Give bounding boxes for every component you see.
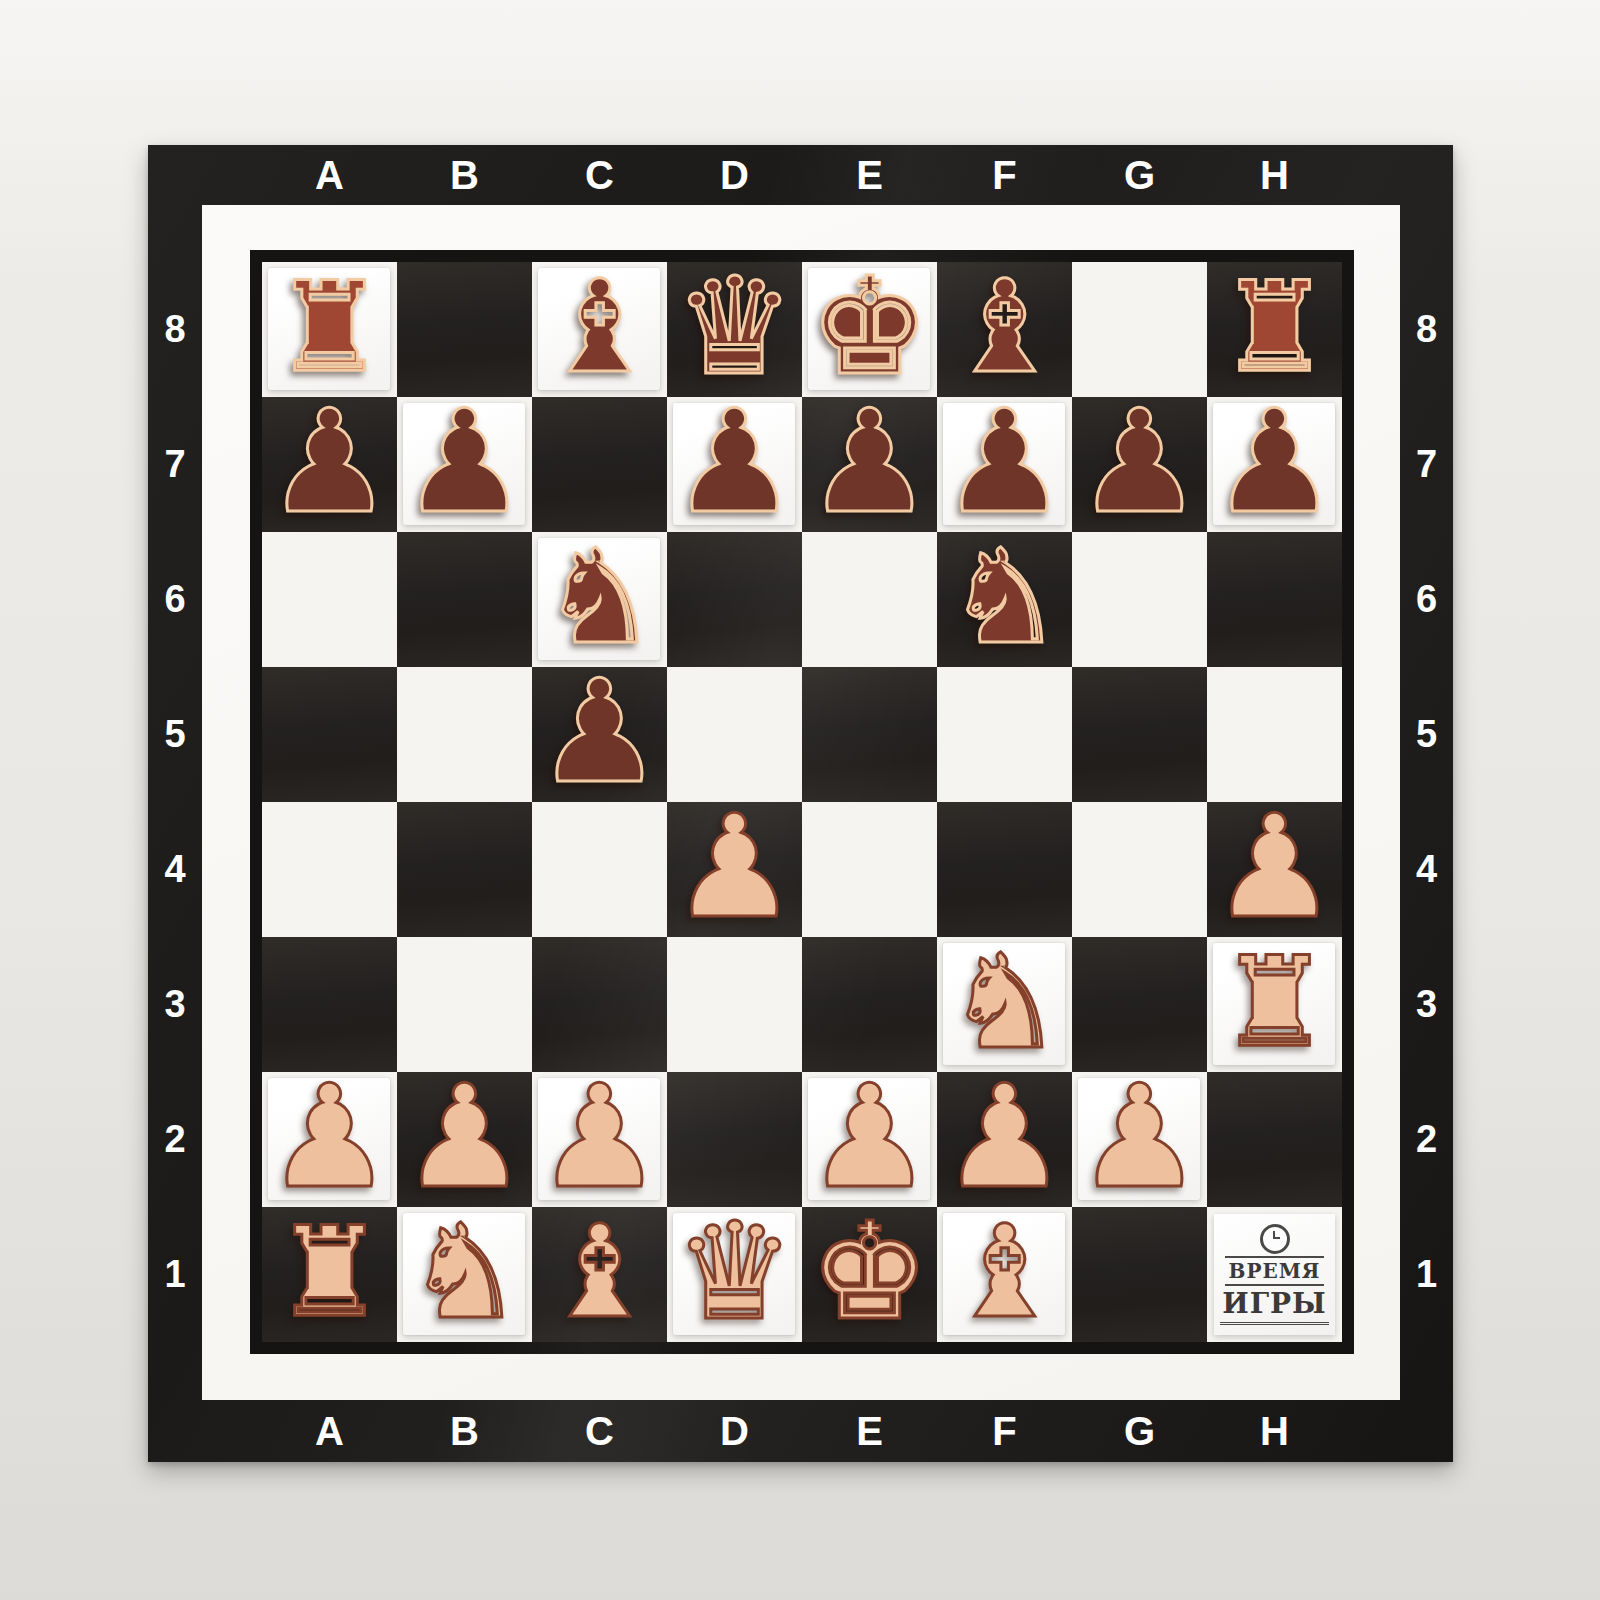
square-a8: ♜ <box>262 262 397 397</box>
file-label-top-H: H <box>1207 145 1342 205</box>
square-a1: ♜ <box>262 1207 397 1342</box>
file-label-top-G: G <box>1072 145 1207 205</box>
black-pawn-g7: ♟ <box>1072 394 1207 529</box>
square-g6 <box>1072 532 1207 667</box>
rank-label-left-2: 2 <box>148 1072 202 1207</box>
rank-label-left-3: 3 <box>148 937 202 1072</box>
board-grid: ♜♝♛♚♝♜♟♟♟♟♟♟♟♞♞♟♟♟♞♜♟♟♟♟♟♟♜♞♝♛♚♝ <box>250 250 1354 1354</box>
white-pawn-c2: ♟ <box>532 1069 667 1204</box>
black-knight-c6: ♞ <box>532 529 667 664</box>
white-pawn-b2: ♟ <box>397 1069 532 1204</box>
rank-label-left-4: 4 <box>148 802 202 937</box>
square-h8: ♜ <box>1207 262 1342 397</box>
rank-label-right-7: 7 <box>1400 397 1453 532</box>
file-labels-bottom: ABCDEFGH <box>262 1400 1342 1462</box>
square-e5 <box>802 667 937 802</box>
file-label-bottom-C: C <box>532 1400 667 1462</box>
clock-icon <box>1260 1224 1290 1254</box>
white-pawn-f2: ♟ <box>937 1069 1072 1204</box>
square-g5 <box>1072 667 1207 802</box>
file-label-top-B: B <box>397 145 532 205</box>
square-g1 <box>1072 1207 1207 1342</box>
square-b5 <box>397 667 532 802</box>
file-label-bottom-G: G <box>1072 1400 1207 1462</box>
square-a2: ♟ <box>262 1072 397 1207</box>
square-f5 <box>937 667 1072 802</box>
square-g2: ♟ <box>1072 1072 1207 1207</box>
square-e7: ♟ <box>802 397 937 532</box>
square-b1: ♞ <box>397 1207 532 1342</box>
black-rook-h8: ♜ <box>1207 259 1342 394</box>
white-pawn-d4: ♟ <box>667 799 802 934</box>
square-g4 <box>1072 802 1207 937</box>
white-pawn-a2: ♟ <box>262 1069 397 1204</box>
square-b3 <box>397 937 532 1072</box>
white-rook-a1: ♜ <box>262 1204 397 1339</box>
white-knight-f3: ♞ <box>937 934 1072 1069</box>
square-f7: ♟ <box>937 397 1072 532</box>
brand-name-line1: ВРЕМЯ <box>1225 1256 1325 1286</box>
square-h6 <box>1207 532 1342 667</box>
square-a5 <box>262 667 397 802</box>
file-label-bottom-D: D <box>667 1400 802 1462</box>
file-label-top-D: D <box>667 145 802 205</box>
brand-name-line2: ИГРЫ <box>1220 1287 1329 1325</box>
square-d2 <box>667 1072 802 1207</box>
file-label-bottom-F: F <box>937 1400 1072 1462</box>
square-e2: ♟ <box>802 1072 937 1207</box>
rank-labels-right: 87654321 <box>1400 262 1453 1342</box>
square-c6: ♞ <box>532 532 667 667</box>
file-label-bottom-E: E <box>802 1400 937 1462</box>
black-queen-d8: ♛ <box>667 259 802 394</box>
white-king-e1: ♚ <box>802 1204 937 1339</box>
square-h7: ♟ <box>1207 397 1342 532</box>
black-knight-f6: ♞ <box>937 529 1072 664</box>
white-pawn-e2: ♟ <box>802 1069 937 1204</box>
square-g3 <box>1072 937 1207 1072</box>
square-c7 <box>532 397 667 532</box>
rank-label-left-6: 6 <box>148 532 202 667</box>
file-label-bottom-A: A <box>262 1400 397 1462</box>
square-b8 <box>397 262 532 397</box>
square-a3 <box>262 937 397 1072</box>
square-b6 <box>397 532 532 667</box>
square-f4 <box>937 802 1072 937</box>
rank-label-right-2: 2 <box>1400 1072 1453 1207</box>
file-label-bottom-H: H <box>1207 1400 1342 1462</box>
square-c3 <box>532 937 667 1072</box>
file-labels-top: ABCDEFGH <box>262 145 1342 205</box>
square-b4 <box>397 802 532 937</box>
black-pawn-f7: ♟ <box>937 394 1072 529</box>
square-f2: ♟ <box>937 1072 1072 1207</box>
rank-label-right-3: 3 <box>1400 937 1453 1072</box>
black-bishop-c8: ♝ <box>532 259 667 394</box>
black-king-e8: ♚ <box>802 259 937 394</box>
file-label-bottom-B: B <box>397 1400 532 1462</box>
square-f8: ♝ <box>937 262 1072 397</box>
black-pawn-b7: ♟ <box>397 394 532 529</box>
white-rook-h3: ♜ <box>1207 934 1342 1069</box>
square-f1: ♝ <box>937 1207 1072 1342</box>
square-c2: ♟ <box>532 1072 667 1207</box>
square-d3 <box>667 937 802 1072</box>
rank-label-left-7: 7 <box>148 397 202 532</box>
square-f3: ♞ <box>937 937 1072 1072</box>
square-c4 <box>532 802 667 937</box>
white-pawn-h4: ♟ <box>1207 799 1342 934</box>
rank-label-right-8: 8 <box>1400 262 1453 397</box>
white-queen-d1: ♛ <box>667 1204 802 1339</box>
square-g8 <box>1072 262 1207 397</box>
rank-labels-left: 87654321 <box>148 262 202 1342</box>
square-h2 <box>1207 1072 1342 1207</box>
black-rook-a8: ♜ <box>262 259 397 394</box>
square-h3: ♜ <box>1207 937 1342 1072</box>
black-pawn-e7: ♟ <box>802 394 937 529</box>
rank-label-right-1: 1 <box>1400 1207 1453 1342</box>
black-pawn-d7: ♟ <box>667 394 802 529</box>
black-pawn-c5: ♟ <box>532 664 667 799</box>
rank-label-left-8: 8 <box>148 262 202 397</box>
square-f6: ♞ <box>937 532 1072 667</box>
square-e8: ♚ <box>802 262 937 397</box>
demonstration-chessboard: ABCDEFGH ABCDEFGH 87654321 87654321 ♜♝♛♚… <box>148 145 1453 1462</box>
black-bishop-f8: ♝ <box>937 259 1072 394</box>
square-e4 <box>802 802 937 937</box>
white-knight-b1: ♞ <box>397 1204 532 1339</box>
rank-label-right-6: 6 <box>1400 532 1453 667</box>
white-bishop-c1: ♝ <box>532 1204 667 1339</box>
square-a6 <box>262 532 397 667</box>
square-b7: ♟ <box>397 397 532 532</box>
file-label-top-E: E <box>802 145 937 205</box>
rank-label-left-5: 5 <box>148 667 202 802</box>
square-h5 <box>1207 667 1342 802</box>
square-e3 <box>802 937 937 1072</box>
square-d4: ♟ <box>667 802 802 937</box>
square-e6 <box>802 532 937 667</box>
square-d1: ♛ <box>667 1207 802 1342</box>
rank-label-left-1: 1 <box>148 1207 202 1342</box>
rank-label-right-5: 5 <box>1400 667 1453 802</box>
square-e1: ♚ <box>802 1207 937 1342</box>
square-c8: ♝ <box>532 262 667 397</box>
black-pawn-h7: ♟ <box>1207 394 1342 529</box>
square-d5 <box>667 667 802 802</box>
white-pawn-g2: ♟ <box>1072 1069 1207 1204</box>
square-c5: ♟ <box>532 667 667 802</box>
square-c1: ♝ <box>532 1207 667 1342</box>
rank-label-right-4: 4 <box>1400 802 1453 937</box>
square-d7: ♟ <box>667 397 802 532</box>
file-label-top-A: A <box>262 145 397 205</box>
file-label-top-C: C <box>532 145 667 205</box>
square-a7: ♟ <box>262 397 397 532</box>
white-bishop-f1: ♝ <box>937 1204 1072 1339</box>
black-pawn-a7: ♟ <box>262 394 397 529</box>
square-h4: ♟ <box>1207 802 1342 937</box>
square-d8: ♛ <box>667 262 802 397</box>
square-a4 <box>262 802 397 937</box>
square-b2: ♟ <box>397 1072 532 1207</box>
brand-logo: ВРЕМЯ ИГРЫ <box>1214 1214 1335 1335</box>
square-g7: ♟ <box>1072 397 1207 532</box>
square-d6 <box>667 532 802 667</box>
file-label-top-F: F <box>937 145 1072 205</box>
